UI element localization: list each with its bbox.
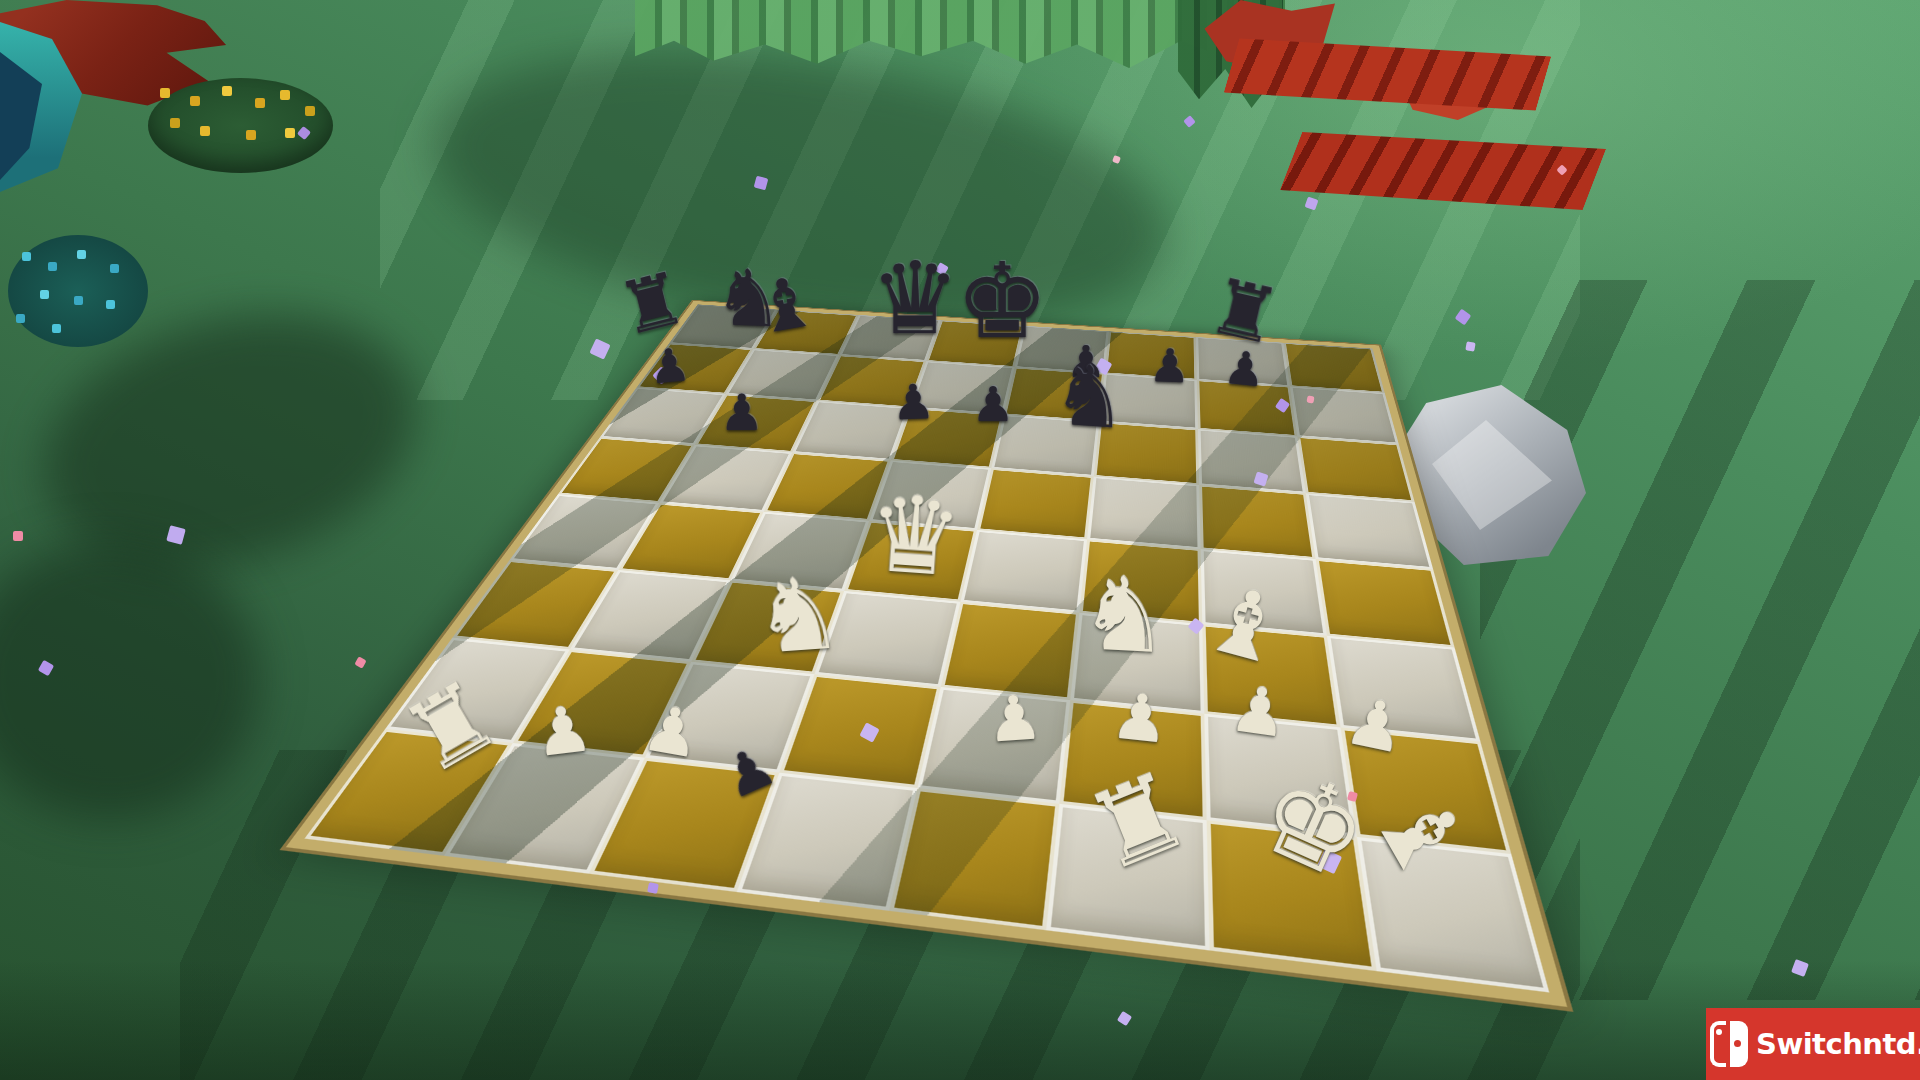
piece-black-P-b6[interactable]: ♟ bbox=[720, 388, 765, 438]
piece-white-P-f2[interactable]: ♟ bbox=[1108, 683, 1172, 753]
piece-white-P-h2[interactable]: ♟ bbox=[1340, 687, 1412, 764]
piece-white-R-a1[interactable]: ♜ bbox=[390, 664, 513, 790]
piece-black-P-g7[interactable]: ♟ bbox=[1148, 342, 1191, 389]
piece-white-P-a2[interactable]: ♟ bbox=[531, 696, 596, 767]
piece-black-P-d6[interactable]: ♟ bbox=[891, 377, 936, 426]
piece-white-P-b2[interactable]: ♟ bbox=[638, 695, 706, 768]
piece-black-R-a8[interactable]: ♜ bbox=[612, 261, 692, 346]
piece-black-N-f6[interactable]: ♞ bbox=[1050, 352, 1131, 441]
piece-black-Q-d8[interactable]: ♛ bbox=[870, 249, 960, 349]
piece-white-K-g1[interactable]: ♚ bbox=[1242, 751, 1384, 899]
nintendo-switch-logo-icon bbox=[1710, 1021, 1748, 1067]
watermark-banner: Switchntd.com bbox=[1706, 1008, 1920, 1080]
piece-black-B-c8[interactable]: ♝ bbox=[749, 265, 823, 345]
piece-white-P-e2[interactable]: ♟ bbox=[985, 686, 1045, 752]
watermark-text: Switchntd.com bbox=[1756, 1027, 1920, 1061]
piece-white-N-c3[interactable]: ♞ bbox=[750, 563, 846, 669]
piece-black-K-e8[interactable]: ♚ bbox=[955, 249, 1048, 353]
piece-white-N-f3[interactable]: ♞ bbox=[1077, 562, 1174, 669]
piece-white-B-g3[interactable]: ♝ bbox=[1194, 570, 1297, 680]
pieces-layer: ♜♞♝♛♚♜♟♟♟♟♟♟♟♞♟♛♞♞♝♟♟♟♟♟♟♜♜♚♝ bbox=[0, 0, 1920, 1080]
piece-black-P-c2[interactable]: ♟ bbox=[715, 736, 784, 808]
piece-black-P-a7[interactable]: ♟ bbox=[647, 341, 692, 390]
piece-black-P-e6[interactable]: ♟ bbox=[971, 380, 1014, 428]
piece-black-P-h7[interactable]: ♟ bbox=[1222, 344, 1268, 394]
piece-white-Q-d4[interactable]: ♛ bbox=[863, 480, 965, 592]
piece-white-P-g2[interactable]: ♟ bbox=[1226, 676, 1292, 747]
piece-white-R-f1[interactable]: ♜ bbox=[1074, 755, 1202, 889]
